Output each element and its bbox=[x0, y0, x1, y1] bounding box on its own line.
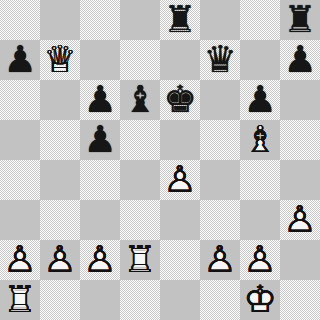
black-piece-glyph: ♟ bbox=[80, 119, 120, 159]
piece-white-rook[interactable]: ♜♖ bbox=[0, 280, 40, 320]
square-h3[interactable]: ♟♙ bbox=[280, 200, 320, 240]
square-h8[interactable]: ♜ bbox=[280, 0, 320, 40]
square-f1[interactable] bbox=[200, 280, 240, 320]
square-g2[interactable]: ♟♙ bbox=[240, 240, 280, 280]
square-d6[interactable]: ♝ bbox=[120, 80, 160, 120]
piece-white-king[interactable]: ♚♔ bbox=[240, 280, 280, 320]
square-b8[interactable] bbox=[40, 0, 80, 40]
black-piece-glyph: ♟ bbox=[0, 39, 40, 79]
square-g6[interactable]: ♟ bbox=[240, 80, 280, 120]
square-e6[interactable]: ♚ bbox=[160, 80, 200, 120]
square-h4[interactable] bbox=[280, 160, 320, 200]
square-e2[interactable] bbox=[160, 240, 200, 280]
square-h7[interactable]: ♟ bbox=[280, 40, 320, 80]
white-piece-outline-glyph: ♕ bbox=[40, 39, 80, 79]
square-c8[interactable] bbox=[80, 0, 120, 40]
piece-white-pawn[interactable]: ♟♙ bbox=[80, 240, 120, 280]
square-d8[interactable] bbox=[120, 0, 160, 40]
piece-black-pawn[interactable]: ♟ bbox=[0, 40, 40, 80]
piece-white-pawn[interactable]: ♟♙ bbox=[40, 240, 80, 280]
piece-white-pawn[interactable]: ♟♙ bbox=[0, 240, 40, 280]
square-f4[interactable] bbox=[200, 160, 240, 200]
piece-black-queen[interactable]: ♛ bbox=[200, 40, 240, 80]
square-a4[interactable] bbox=[0, 160, 40, 200]
white-piece-outline-glyph: ♙ bbox=[160, 159, 200, 199]
chess-board: ♜♜♟♛♕♛♟♟♝♚♟♟♝♗♟♙♟♙♟♙♟♙♟♙♜♖♟♙♟♙♜♖♚♔ bbox=[0, 0, 320, 320]
white-piece-outline-glyph: ♔ bbox=[240, 279, 280, 319]
square-b3[interactable] bbox=[40, 200, 80, 240]
square-c2[interactable]: ♟♙ bbox=[80, 240, 120, 280]
piece-white-queen[interactable]: ♛♕ bbox=[40, 40, 80, 80]
square-f6[interactable] bbox=[200, 80, 240, 120]
square-d7[interactable] bbox=[120, 40, 160, 80]
piece-white-pawn[interactable]: ♟♙ bbox=[200, 240, 240, 280]
white-piece-outline-glyph: ♙ bbox=[200, 239, 240, 279]
piece-black-pawn[interactable]: ♟ bbox=[240, 80, 280, 120]
white-piece-outline-glyph: ♙ bbox=[280, 199, 320, 239]
square-g1[interactable]: ♚♔ bbox=[240, 280, 280, 320]
black-piece-glyph: ♛ bbox=[200, 39, 240, 79]
piece-black-pawn[interactable]: ♟ bbox=[80, 80, 120, 120]
square-f5[interactable] bbox=[200, 120, 240, 160]
white-piece-outline-glyph: ♗ bbox=[240, 119, 280, 159]
square-c3[interactable] bbox=[80, 200, 120, 240]
square-g7[interactable] bbox=[240, 40, 280, 80]
black-piece-glyph: ♜ bbox=[280, 0, 320, 39]
square-d1[interactable] bbox=[120, 280, 160, 320]
piece-black-bishop[interactable]: ♝ bbox=[120, 80, 160, 120]
piece-black-rook[interactable]: ♜ bbox=[280, 0, 320, 40]
square-c1[interactable] bbox=[80, 280, 120, 320]
square-e3[interactable] bbox=[160, 200, 200, 240]
square-a2[interactable]: ♟♙ bbox=[0, 240, 40, 280]
square-f3[interactable] bbox=[200, 200, 240, 240]
square-f7[interactable]: ♛ bbox=[200, 40, 240, 80]
piece-black-king[interactable]: ♚ bbox=[160, 80, 200, 120]
square-g5[interactable]: ♝♗ bbox=[240, 120, 280, 160]
square-b7[interactable]: ♛♕ bbox=[40, 40, 80, 80]
black-piece-glyph: ♝ bbox=[120, 79, 160, 119]
piece-white-pawn[interactable]: ♟♙ bbox=[280, 200, 320, 240]
square-e4[interactable]: ♟♙ bbox=[160, 160, 200, 200]
square-g8[interactable] bbox=[240, 0, 280, 40]
white-piece-outline-glyph: ♖ bbox=[120, 239, 160, 279]
white-piece-outline-glyph: ♖ bbox=[0, 279, 40, 319]
black-piece-glyph: ♟ bbox=[80, 79, 120, 119]
square-a8[interactable] bbox=[0, 0, 40, 40]
square-e1[interactable] bbox=[160, 280, 200, 320]
square-a3[interactable] bbox=[0, 200, 40, 240]
piece-white-bishop[interactable]: ♝♗ bbox=[240, 120, 280, 160]
black-piece-glyph: ♟ bbox=[240, 79, 280, 119]
square-a1[interactable]: ♜♖ bbox=[0, 280, 40, 320]
square-g4[interactable] bbox=[240, 160, 280, 200]
white-piece-outline-glyph: ♙ bbox=[0, 239, 40, 279]
square-f8[interactable] bbox=[200, 0, 240, 40]
square-e8[interactable]: ♜ bbox=[160, 0, 200, 40]
square-d2[interactable]: ♜♖ bbox=[120, 240, 160, 280]
square-b2[interactable]: ♟♙ bbox=[40, 240, 80, 280]
square-h2[interactable] bbox=[280, 240, 320, 280]
piece-white-pawn[interactable]: ♟♙ bbox=[160, 160, 200, 200]
square-a5[interactable] bbox=[0, 120, 40, 160]
piece-black-pawn[interactable]: ♟ bbox=[280, 40, 320, 80]
piece-black-pawn[interactable]: ♟ bbox=[80, 120, 120, 160]
black-piece-glyph: ♟ bbox=[280, 39, 320, 79]
square-b5[interactable] bbox=[40, 120, 80, 160]
square-e7[interactable] bbox=[160, 40, 200, 80]
piece-white-rook[interactable]: ♜♖ bbox=[120, 240, 160, 280]
piece-white-pawn[interactable]: ♟♙ bbox=[240, 240, 280, 280]
black-piece-glyph: ♜ bbox=[160, 0, 200, 39]
square-f2[interactable]: ♟♙ bbox=[200, 240, 240, 280]
white-piece-outline-glyph: ♙ bbox=[40, 239, 80, 279]
square-b4[interactable] bbox=[40, 160, 80, 200]
square-c5[interactable]: ♟ bbox=[80, 120, 120, 160]
white-piece-outline-glyph: ♙ bbox=[80, 239, 120, 279]
square-a6[interactable] bbox=[0, 80, 40, 120]
square-c4[interactable] bbox=[80, 160, 120, 200]
square-g3[interactable] bbox=[240, 200, 280, 240]
square-d5[interactable] bbox=[120, 120, 160, 160]
black-piece-glyph: ♚ bbox=[160, 79, 200, 119]
square-a7[interactable]: ♟ bbox=[0, 40, 40, 80]
square-h1[interactable] bbox=[280, 280, 320, 320]
white-piece-outline-glyph: ♙ bbox=[240, 239, 280, 279]
square-c6[interactable]: ♟ bbox=[80, 80, 120, 120]
piece-black-rook[interactable]: ♜ bbox=[160, 0, 200, 40]
square-c7[interactable] bbox=[80, 40, 120, 80]
square-e5[interactable] bbox=[160, 120, 200, 160]
square-d4[interactable] bbox=[120, 160, 160, 200]
square-d3[interactable] bbox=[120, 200, 160, 240]
square-h5[interactable] bbox=[280, 120, 320, 160]
square-h6[interactable] bbox=[280, 80, 320, 120]
square-b1[interactable] bbox=[40, 280, 80, 320]
square-b6[interactable] bbox=[40, 80, 80, 120]
